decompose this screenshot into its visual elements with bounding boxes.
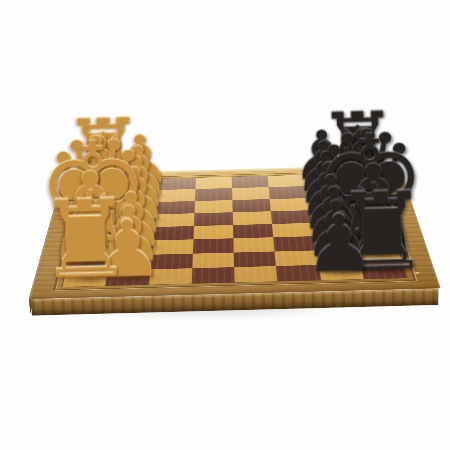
board-frame [29,165,441,300]
piece-shadow [70,244,124,255]
square-c8 [345,196,386,209]
square-e8 [351,221,394,235]
square-f6 [273,236,315,251]
square-e5 [233,224,273,238]
square-h5 [234,266,277,282]
square-b6 [269,186,308,199]
square-f4 [193,238,234,253]
square-g2 [108,255,152,271]
square-e4 [193,225,233,239]
square-d4 [194,212,233,226]
square-g4 [192,252,234,268]
square-h4 [192,267,235,283]
square-f1 [70,242,113,257]
piece-shadow [105,272,161,284]
square-d6 [271,210,311,224]
square-b1 [82,191,122,204]
square-a8 [340,173,379,185]
square-f5 [233,237,274,252]
square-f3 [152,239,194,254]
square-d1 [76,215,117,229]
square-c1 [79,203,119,216]
square-b4 [195,188,233,201]
square-b5 [232,187,270,200]
piece-shadow [316,252,371,263]
piece-shadow [108,257,162,268]
square-c4 [194,200,232,213]
piece-shadow [66,259,121,270]
piece-shadow [354,237,408,248]
square-h7 [318,264,363,280]
piece-shadow [73,231,125,241]
square-b8 [343,184,383,197]
square-h3 [149,268,193,285]
square-c6 [270,198,310,211]
square-g8 [357,248,402,264]
square-g1 [66,256,110,272]
board-squares [63,173,407,287]
brass-pin [415,272,421,274]
square-b3 [157,189,195,202]
square-c5 [232,199,271,212]
square-c7 [308,197,348,210]
square-f8 [354,234,398,249]
square-g6 [275,250,318,266]
piece-shadow [63,273,119,285]
piece-shadow [314,238,368,249]
photo-scene: ♜♞♝♛♚♝♞♜♟♟♟♟♟♟♟♟♟♟♟♟♟♟♟♟♜♞♝♛♚♝♞♜ [0,0,450,450]
square-h8 [360,263,406,279]
square-h1 [63,270,109,287]
square-e6 [272,223,313,237]
square-g7 [316,249,360,265]
square-e2 [113,227,155,241]
piece-shadow [357,251,412,262]
square-b7 [306,185,345,198]
square-a6 [268,175,306,187]
piece-shadow [351,223,404,233]
product-photo: ♜♞♝♛♚♝♞♜♟♟♟♟♟♟♟♟♟♟♟♟♟♟♟♟♜♞♝♛♚♝♞♜ [0,0,450,450]
piece-shadow [360,266,417,278]
piece-shadow [318,267,374,279]
square-e1 [73,228,115,243]
square-h2 [106,269,151,286]
chess-board: ♜♞♝♛♚♝♞♜♟♟♟♟♟♟♟♟♟♟♟♟♟♟♟♟♜♞♝♛♚♝♞♜ [29,165,441,300]
square-d3 [155,213,195,227]
square-c2 [117,202,157,215]
square-f7 [314,235,357,250]
piece-shadow [111,243,164,254]
square-d2 [115,214,156,228]
square-a4 [195,177,232,189]
square-c3 [156,201,195,214]
square-f2 [111,240,153,255]
square-h6 [276,265,320,281]
square-d8 [348,208,390,222]
square-e3 [153,226,194,240]
square-e7 [311,222,353,236]
piece-shadow [113,230,165,240]
piece-shadow [312,225,364,235]
square-g3 [150,253,193,269]
square-b2 [120,190,159,203]
square-d7 [309,209,350,223]
square-g5 [234,251,276,267]
square-d5 [233,211,273,225]
